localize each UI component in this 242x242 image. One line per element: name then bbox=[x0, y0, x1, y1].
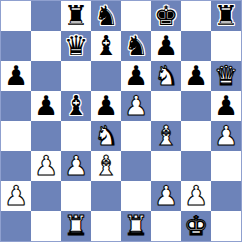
piece-black-pawn[interactable]: ♟ bbox=[4, 61, 28, 91]
piece-black-pawn[interactable]: ♟ bbox=[94, 91, 118, 121]
square-d7[interactable]: ♝ bbox=[91, 31, 121, 61]
square-g4[interactable] bbox=[181, 121, 211, 151]
piece-black-knight[interactable]: ♞ bbox=[124, 31, 148, 61]
piece-white-pawn[interactable]: ♟ bbox=[4, 181, 28, 211]
square-h2[interactable] bbox=[211, 181, 241, 211]
square-d2[interactable] bbox=[91, 181, 121, 211]
square-h7[interactable] bbox=[211, 31, 241, 61]
square-f6[interactable]: ♞ bbox=[151, 61, 181, 91]
piece-white-bishop[interactable]: ♝ bbox=[154, 121, 178, 151]
square-b6[interactable] bbox=[31, 61, 61, 91]
square-a5[interactable] bbox=[1, 91, 31, 121]
square-b3[interactable]: ♟ bbox=[31, 151, 61, 181]
square-h8[interactable]: ♜ bbox=[211, 1, 241, 31]
square-f7[interactable]: ♟ bbox=[151, 31, 181, 61]
square-a7[interactable] bbox=[1, 31, 31, 61]
square-h4[interactable]: ♟ bbox=[211, 121, 241, 151]
square-b1[interactable] bbox=[31, 211, 61, 241]
piece-white-knight[interactable]: ♞ bbox=[154, 61, 178, 91]
square-c8[interactable]: ♜ bbox=[61, 1, 91, 31]
square-f3[interactable] bbox=[151, 151, 181, 181]
square-e8[interactable] bbox=[121, 1, 151, 31]
square-h5[interactable]: ♟ bbox=[211, 91, 241, 121]
square-b5[interactable]: ♟ bbox=[31, 91, 61, 121]
piece-white-rook[interactable]: ♜ bbox=[64, 211, 88, 241]
square-h3[interactable] bbox=[211, 151, 241, 181]
chess-board: ♜♞♚♜♛♝♞♟♟♟♞♟♛♟♝♟♟♟♞♝♟♟♟♝♟♟♟♜♜♚ bbox=[1, 1, 241, 241]
piece-white-pawn[interactable]: ♟ bbox=[34, 151, 58, 181]
square-b2[interactable] bbox=[31, 181, 61, 211]
square-f2[interactable]: ♟ bbox=[151, 181, 181, 211]
square-e4[interactable] bbox=[121, 121, 151, 151]
piece-black-queen[interactable]: ♛ bbox=[64, 31, 88, 61]
square-h6[interactable]: ♛ bbox=[211, 61, 241, 91]
square-e2[interactable] bbox=[121, 181, 151, 211]
square-d4[interactable]: ♞ bbox=[91, 121, 121, 151]
square-d5[interactable]: ♟ bbox=[91, 91, 121, 121]
piece-black-rook[interactable]: ♜ bbox=[64, 1, 88, 31]
piece-black-king[interactable]: ♚ bbox=[154, 1, 178, 31]
square-c5[interactable]: ♝ bbox=[61, 91, 91, 121]
piece-white-pawn[interactable]: ♟ bbox=[124, 91, 148, 121]
square-g3[interactable] bbox=[181, 151, 211, 181]
square-g1[interactable]: ♚ bbox=[181, 211, 211, 241]
piece-white-king[interactable]: ♚ bbox=[184, 211, 208, 241]
piece-white-bishop[interactable]: ♝ bbox=[94, 151, 118, 181]
piece-white-pawn[interactable]: ♟ bbox=[184, 181, 208, 211]
piece-black-pawn[interactable]: ♟ bbox=[184, 61, 208, 91]
square-c1[interactable]: ♜ bbox=[61, 211, 91, 241]
square-a4[interactable] bbox=[1, 121, 31, 151]
piece-white-queen[interactable]: ♛ bbox=[214, 61, 238, 91]
square-g5[interactable] bbox=[181, 91, 211, 121]
chess-board-frame: ♜♞♚♜♛♝♞♟♟♟♞♟♛♟♝♟♟♟♞♝♟♟♟♝♟♟♟♜♜♚ bbox=[0, 0, 242, 242]
piece-white-rook[interactable]: ♜ bbox=[124, 211, 148, 241]
square-a6[interactable]: ♟ bbox=[1, 61, 31, 91]
square-e6[interactable]: ♟ bbox=[121, 61, 151, 91]
square-g8[interactable] bbox=[181, 1, 211, 31]
square-c6[interactable] bbox=[61, 61, 91, 91]
square-f5[interactable] bbox=[151, 91, 181, 121]
piece-black-pawn[interactable]: ♟ bbox=[34, 91, 58, 121]
square-g2[interactable]: ♟ bbox=[181, 181, 211, 211]
square-e1[interactable]: ♜ bbox=[121, 211, 151, 241]
square-f1[interactable] bbox=[151, 211, 181, 241]
piece-white-pawn[interactable]: ♟ bbox=[154, 181, 178, 211]
square-f8[interactable]: ♚ bbox=[151, 1, 181, 31]
piece-black-bishop[interactable]: ♝ bbox=[64, 91, 88, 121]
square-c3[interactable]: ♟ bbox=[61, 151, 91, 181]
square-g6[interactable]: ♟ bbox=[181, 61, 211, 91]
square-a8[interactable] bbox=[1, 1, 31, 31]
square-c7[interactable]: ♛ bbox=[61, 31, 91, 61]
square-a2[interactable]: ♟ bbox=[1, 181, 31, 211]
piece-black-rook[interactable]: ♜ bbox=[214, 1, 238, 31]
square-e5[interactable]: ♟ bbox=[121, 91, 151, 121]
piece-black-knight[interactable]: ♞ bbox=[94, 1, 118, 31]
piece-black-bishop[interactable]: ♝ bbox=[94, 31, 118, 61]
piece-white-knight[interactable]: ♞ bbox=[94, 121, 118, 151]
square-h1[interactable] bbox=[211, 211, 241, 241]
square-c2[interactable] bbox=[61, 181, 91, 211]
square-b7[interactable] bbox=[31, 31, 61, 61]
piece-black-pawn[interactable]: ♟ bbox=[214, 91, 238, 121]
piece-white-pawn[interactable]: ♟ bbox=[64, 151, 88, 181]
square-a3[interactable] bbox=[1, 151, 31, 181]
piece-black-pawn[interactable]: ♟ bbox=[154, 31, 178, 61]
square-f4[interactable]: ♝ bbox=[151, 121, 181, 151]
square-d6[interactable] bbox=[91, 61, 121, 91]
square-e7[interactable]: ♞ bbox=[121, 31, 151, 61]
square-d1[interactable] bbox=[91, 211, 121, 241]
square-b4[interactable] bbox=[31, 121, 61, 151]
square-c4[interactable] bbox=[61, 121, 91, 151]
piece-white-pawn[interactable]: ♟ bbox=[214, 121, 238, 151]
square-e3[interactable] bbox=[121, 151, 151, 181]
square-g7[interactable] bbox=[181, 31, 211, 61]
square-d3[interactable]: ♝ bbox=[91, 151, 121, 181]
square-b8[interactable] bbox=[31, 1, 61, 31]
square-a1[interactable] bbox=[1, 211, 31, 241]
piece-black-pawn[interactable]: ♟ bbox=[124, 61, 148, 91]
square-d8[interactable]: ♞ bbox=[91, 1, 121, 31]
